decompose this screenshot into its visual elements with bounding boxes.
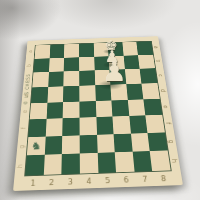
board-square (64, 71, 80, 86)
board-square (80, 135, 98, 154)
board-square (62, 135, 80, 154)
board-square (115, 152, 134, 172)
board-square (79, 117, 96, 135)
board-square (97, 153, 116, 173)
board-square (94, 70, 110, 85)
board-square (43, 154, 62, 174)
file-label: 2 (42, 179, 61, 189)
board-square (64, 44, 79, 58)
file-labels-bottom: 12345678 (23, 175, 173, 189)
board-border: ♞ 12345678 abcdefgh abcdefgh ® US CHESS (13, 36, 183, 191)
board-square (110, 69, 127, 84)
board-square (63, 86, 79, 102)
rank-label: c (150, 72, 171, 78)
board-square (79, 43, 94, 57)
board-square (79, 57, 94, 71)
board-square (47, 86, 63, 102)
rank-label: g (160, 138, 183, 146)
board-square (79, 101, 96, 118)
board-square (123, 55, 140, 69)
rank-label: b (148, 58, 168, 64)
board-square (45, 118, 62, 136)
board-square (113, 116, 131, 134)
board-square (114, 133, 133, 152)
rank-label: e (155, 103, 177, 110)
file-label: 3 (61, 178, 80, 188)
board-square (49, 58, 65, 72)
photo-background: ♞ 12345678 abcdefgh abcdefgh ® US CHESS … (0, 0, 200, 200)
board-square (95, 100, 112, 117)
board-square (79, 85, 95, 101)
board-square (46, 102, 63, 119)
board-square (62, 118, 79, 136)
board-square (79, 70, 95, 85)
board-square (110, 84, 127, 100)
board-square (44, 136, 62, 155)
file-label: 6 (117, 176, 136, 186)
rank-label: g (10, 143, 33, 151)
board-square (80, 153, 98, 173)
board-square (122, 42, 138, 56)
file-label: 7 (135, 175, 155, 185)
board-square (48, 72, 64, 87)
board-square (93, 43, 108, 57)
board-square (94, 56, 110, 70)
board-square (125, 69, 142, 84)
rank-label: f (157, 120, 180, 127)
board-square (97, 134, 115, 153)
chess-board: ♞ 12345678 abcdefgh abcdefgh ® US CHESS (6, 0, 183, 191)
file-label: 5 (98, 177, 117, 187)
rank-label: h (8, 162, 32, 170)
file-label: 1 (23, 179, 42, 189)
board-square (128, 99, 146, 116)
board-square (126, 84, 144, 100)
rank-label: f (12, 125, 34, 132)
board-square (111, 100, 129, 117)
file-label: 4 (80, 177, 99, 187)
board-square (95, 85, 112, 101)
board-square (49, 44, 64, 58)
board-square (108, 42, 124, 56)
board-square (129, 115, 148, 133)
rank-label: h (163, 157, 187, 165)
board-square (63, 101, 80, 118)
file-label: 8 (154, 175, 174, 185)
board-square (96, 117, 114, 135)
board-square (62, 154, 80, 174)
rank-label: a (147, 44, 167, 50)
rank-label: d (153, 87, 174, 94)
board-square (109, 56, 125, 70)
rank-label: a (20, 49, 39, 55)
rank-label: e (14, 108, 35, 115)
rank-label: b (19, 62, 39, 68)
board-square (64, 57, 79, 71)
